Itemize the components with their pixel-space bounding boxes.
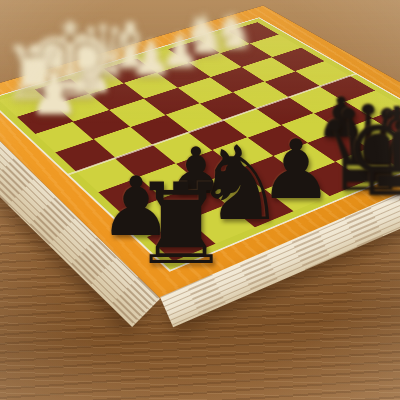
chessboard-photo: Overhead-angle photo of a folding wooden… [0,0,400,400]
board-fold-seam [66,73,358,176]
